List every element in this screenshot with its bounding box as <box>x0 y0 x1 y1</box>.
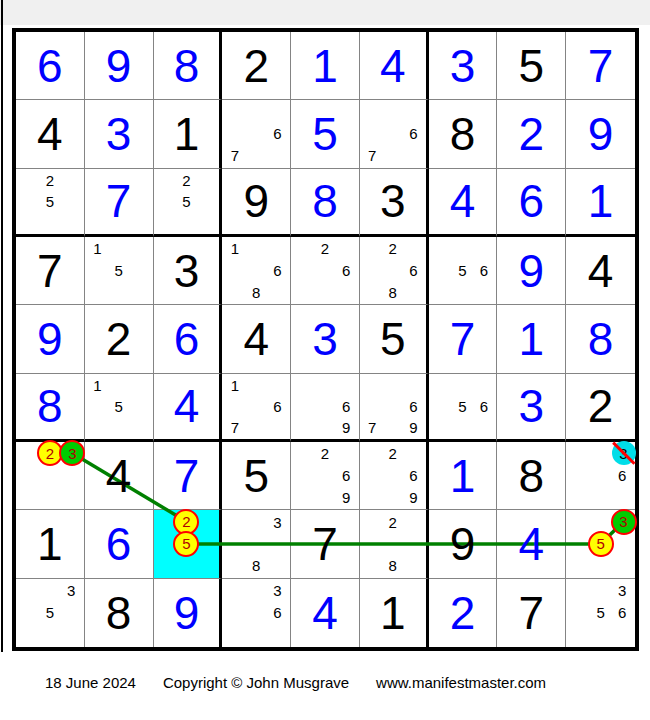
cell-r3c2: 7 <box>85 169 154 237</box>
cell-r4c4: 168 <box>222 237 291 305</box>
candidate-mark: 6 <box>336 465 357 487</box>
candidate-mark: 2 <box>39 170 60 191</box>
cell-r6c5: 69 <box>291 374 360 442</box>
cell-value: 2 <box>85 305 153 372</box>
candidate-mark: 6 <box>267 396 288 417</box>
candidate-mark: 7 <box>224 145 245 167</box>
cell-r5c2: 2 <box>85 305 154 373</box>
cell-value: 2 <box>497 100 565 167</box>
candidate-mark: 6 <box>403 123 424 145</box>
cell-r2c1: 4 <box>16 100 85 168</box>
candidate-mark: 6 <box>611 465 633 487</box>
circled-digit: 3 <box>68 446 76 461</box>
cell-r8c1: 1 <box>16 510 85 578</box>
cell-r7c2: 4 <box>85 442 154 510</box>
board-area: 6982143574316756782925725983461715316826… <box>12 28 639 651</box>
cell-value: 8 <box>85 579 153 647</box>
candidate-mark: 2 <box>382 511 403 533</box>
cell-r8c4: 38 <box>222 510 291 578</box>
cell-r9c6: 1 <box>360 579 429 647</box>
cell-value: 1 <box>291 32 359 99</box>
cell-r3c3: 25 <box>154 169 223 237</box>
cell-r4c5: 26 <box>291 237 360 305</box>
candidate-mark: 7 <box>362 417 383 438</box>
candidate-mark: 2 <box>382 443 403 465</box>
candidate-mark: 6 <box>336 260 357 282</box>
cell-value: 3 <box>85 100 153 167</box>
cell-value: 6 <box>16 32 84 99</box>
cell-r4c1: 7 <box>16 237 85 305</box>
cell-value: 1 <box>360 579 426 647</box>
cell-value: 7 <box>291 510 359 577</box>
cell-value: 7 <box>497 579 565 647</box>
cell-value: 3 <box>360 169 426 234</box>
candidate-mark: 3 <box>611 580 633 602</box>
cell-r1c4: 2 <box>222 32 291 100</box>
candidate-mark: 9 <box>336 487 357 509</box>
cell-r7c5: 269 <box>291 442 360 510</box>
chain-node-circle: 5 <box>173 531 199 557</box>
cell-r9c4: 36 <box>222 579 291 647</box>
cell-r8c9: 53 <box>566 510 635 578</box>
sudoku-board: 6982143574316756782925725983461715316826… <box>12 28 639 651</box>
cell-value: 6 <box>85 510 153 577</box>
cell-r4c7: 56 <box>429 237 498 305</box>
cell-r2c7: 8 <box>429 100 498 168</box>
cell-r8c6: 28 <box>360 510 429 578</box>
cell-r4c8: 9 <box>497 237 566 305</box>
cell-r9c2: 8 <box>85 579 154 647</box>
cell-value: 4 <box>222 305 290 372</box>
candidate-mark: 6 <box>403 260 424 282</box>
cell-r1c2: 9 <box>85 32 154 100</box>
cell-r5c8: 1 <box>497 305 566 373</box>
cell-value: 1 <box>429 442 497 509</box>
candidate-mark: 8 <box>246 555 267 577</box>
candidate-mark: 1 <box>87 238 108 260</box>
cell-value: 5 <box>360 305 426 372</box>
cell-r5c9: 8 <box>566 305 635 373</box>
cell-value: 4 <box>154 374 220 439</box>
cell-r5c1: 9 <box>16 305 85 373</box>
candidate-mark: 6 <box>336 396 357 417</box>
candidate-mark: 6 <box>473 396 494 417</box>
circled-digit: 3 <box>619 514 627 529</box>
candidate-mark: 2 <box>176 170 197 191</box>
cell-r5c6: 5 <box>360 305 429 373</box>
cell-r7c8: 8 <box>497 442 566 510</box>
cell-value: 4 <box>16 100 84 167</box>
cell-r7c3: 7 <box>154 442 223 510</box>
cell-r6c8: 3 <box>497 374 566 442</box>
cell-value: 4 <box>429 169 497 234</box>
cell-r6c3: 4 <box>154 374 223 442</box>
cell-value: 3 <box>497 374 565 439</box>
cell-value: 4 <box>360 32 426 99</box>
cell-r5c7: 7 <box>429 305 498 373</box>
cell-r2c4: 67 <box>222 100 291 168</box>
cell-r2c3: 1 <box>154 100 223 168</box>
cell-value: 6 <box>497 169 565 234</box>
footer: 18 June 2024 Copyright © John Musgrave w… <box>45 674 546 691</box>
cell-value: 1 <box>154 100 220 167</box>
candidate-mark: 8 <box>382 282 403 304</box>
cell-r6c6: 679 <box>360 374 429 442</box>
candidate-mark: 6 <box>473 260 494 282</box>
candidate-mark: 1 <box>224 375 245 396</box>
cell-r4c6: 268 <box>360 237 429 305</box>
candidate-mark: 1 <box>87 375 108 396</box>
candidate-mark: 5 <box>590 602 612 624</box>
candidate-mark: 6 <box>267 260 288 282</box>
cell-value: 9 <box>429 510 497 577</box>
cell-value: 5 <box>222 442 290 509</box>
candidate-mark: 5 <box>452 396 473 417</box>
circled-digit: 2 <box>182 514 190 529</box>
candidate-mark: 6 <box>267 123 288 145</box>
cell-value: 9 <box>222 169 290 234</box>
cell-r8c5: 7 <box>291 510 360 578</box>
cell-value: 8 <box>16 374 84 439</box>
candidate-mark: 3 <box>267 580 288 602</box>
cell-r2c5: 5 <box>291 100 360 168</box>
cell-r4c9: 4 <box>566 237 635 305</box>
cell-r8c7: 9 <box>429 510 498 578</box>
cell-value: 4 <box>497 510 565 577</box>
candidate-mark: 8 <box>382 555 403 577</box>
chain-node-circle: 3 <box>59 440 85 466</box>
circled-digit: 5 <box>182 536 190 551</box>
cell-value: 3 <box>429 32 497 99</box>
candidate-mark: 8 <box>246 282 267 304</box>
cell-r3c6: 3 <box>360 169 429 237</box>
candidate-mark: 9 <box>336 417 357 438</box>
cell-r3c7: 4 <box>429 169 498 237</box>
cell-r8c8: 4 <box>497 510 566 578</box>
cell-value: 4 <box>566 237 635 304</box>
cell-value: 1 <box>497 305 565 372</box>
candidate-mark: 6 <box>403 465 424 487</box>
candidate-mark: 5 <box>39 602 60 624</box>
cell-value: 3 <box>291 305 359 372</box>
cell-value: 1 <box>566 169 635 234</box>
cell-value: 8 <box>429 100 497 167</box>
cell-value: 9 <box>566 100 635 167</box>
candidate-mark: 1 <box>224 238 245 260</box>
cell-r1c1: 6 <box>16 32 85 100</box>
cell-r3c4: 9 <box>222 169 291 237</box>
candidate-mark: 5 <box>452 260 473 282</box>
cell-r2c9: 9 <box>566 100 635 168</box>
cell-r3c8: 6 <box>497 169 566 237</box>
cell-value: 6 <box>154 305 220 372</box>
cell-value: 2 <box>429 579 497 647</box>
cell-r3c1: 25 <box>16 169 85 237</box>
cell-r9c1: 35 <box>16 579 85 647</box>
cell-r4c2: 15 <box>85 237 154 305</box>
cell-r3c5: 8 <box>291 169 360 237</box>
candidate-mark: 6 <box>267 602 288 624</box>
cell-r1c7: 3 <box>429 32 498 100</box>
candidate-mark: 3 <box>267 511 288 533</box>
cell-r1c3: 8 <box>154 32 223 100</box>
cell-r7c6: 269 <box>360 442 429 510</box>
cell-value: 7 <box>566 32 635 99</box>
cell-r3c9: 1 <box>566 169 635 237</box>
cell-r6c9: 2 <box>566 374 635 442</box>
footer-website: www.manifestmaster.com <box>376 674 546 691</box>
candidate-mark: 9 <box>403 417 424 438</box>
candidate-mark: 2 <box>314 443 335 465</box>
cell-value: 3 <box>154 237 220 304</box>
cell-r9c5: 4 <box>291 579 360 647</box>
cell-value: 5 <box>291 100 359 167</box>
cell-value: 7 <box>154 442 220 509</box>
candidate-mark: 9 <box>403 487 424 509</box>
footer-copyright: Copyright © John Musgrave <box>163 674 349 691</box>
candidate-mark: 5 <box>39 191 60 212</box>
cell-value: 4 <box>291 579 359 647</box>
candidate-mark: 7 <box>224 417 245 438</box>
cell-r5c3: 6 <box>154 305 223 373</box>
cell-r9c3: 9 <box>154 579 223 647</box>
cell-r2c8: 2 <box>497 100 566 168</box>
top-bar <box>0 0 650 25</box>
cell-r9c9: 356 <box>566 579 635 647</box>
candidate-mark: 2 <box>314 238 335 260</box>
candidate-mark: 5 <box>176 191 197 212</box>
page-edge-line <box>1 0 3 652</box>
circled-digit: 2 <box>46 446 54 461</box>
cell-r4c3: 3 <box>154 237 223 305</box>
cell-r6c4: 167 <box>222 374 291 442</box>
cell-r1c9: 7 <box>566 32 635 100</box>
candidate-mark: 3 <box>61 580 82 602</box>
cell-value: 9 <box>497 237 565 304</box>
footer-date: 18 June 2024 <box>45 674 136 691</box>
cell-r8c2: 6 <box>85 510 154 578</box>
cell-r5c5: 3 <box>291 305 360 373</box>
cell-r2c2: 3 <box>85 100 154 168</box>
cell-value: 9 <box>85 32 153 99</box>
cell-value: 8 <box>497 442 565 509</box>
cell-value: 8 <box>291 169 359 234</box>
cell-r9c8: 7 <box>497 579 566 647</box>
cell-value: 5 <box>497 32 565 99</box>
candidate-mark: 7 <box>362 145 383 167</box>
cell-r7c9: 63 <box>566 442 635 510</box>
cell-value: 9 <box>154 579 220 647</box>
cell-r8c3: 25 <box>154 510 223 578</box>
cell-r1c5: 1 <box>291 32 360 100</box>
circled-digit: 5 <box>596 536 604 551</box>
cell-r7c4: 5 <box>222 442 291 510</box>
cell-value: 1 <box>16 510 84 577</box>
cell-value: 8 <box>154 32 220 99</box>
cell-value: 7 <box>85 169 153 234</box>
cell-r7c1: 23 <box>16 442 85 510</box>
cell-value: 9 <box>16 305 84 372</box>
candidate-mark: 6 <box>611 602 633 624</box>
cell-r1c6: 4 <box>360 32 429 100</box>
cell-r6c2: 15 <box>85 374 154 442</box>
cell-r7c7: 1 <box>429 442 498 510</box>
cell-value: 7 <box>429 305 497 372</box>
candidate-mark: 5 <box>108 260 129 282</box>
chain-node-circle: 5 <box>588 531 614 557</box>
cell-r6c7: 56 <box>429 374 498 442</box>
cell-r1c8: 5 <box>497 32 566 100</box>
cell-value: 8 <box>566 305 635 372</box>
eliminated-candidate-circle: 3 <box>612 441 636 465</box>
cell-r2c6: 67 <box>360 100 429 168</box>
candidate-mark: 5 <box>108 396 129 417</box>
cell-value: 4 <box>85 442 153 509</box>
cell-value: 2 <box>566 374 635 439</box>
candidate-mark: 2 <box>382 238 403 260</box>
cell-value: 7 <box>16 237 84 304</box>
cell-r9c7: 2 <box>429 579 498 647</box>
cell-value: 2 <box>222 32 290 99</box>
cell-r5c4: 4 <box>222 305 291 373</box>
cell-r6c1: 8 <box>16 374 85 442</box>
chain-node-circle: 3 <box>611 509 637 535</box>
candidate-mark: 6 <box>403 396 424 417</box>
